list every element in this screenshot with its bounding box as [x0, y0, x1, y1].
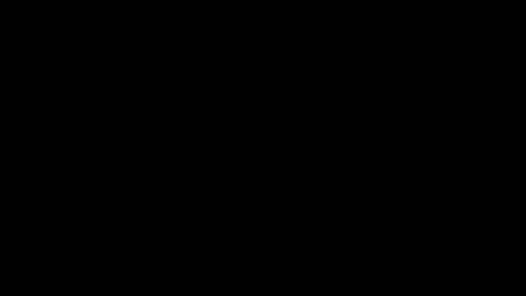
- app-root: [0, 0, 526, 296]
